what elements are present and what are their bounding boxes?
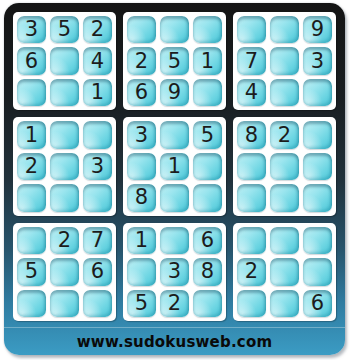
cell-r5c7[interactable] xyxy=(237,153,266,180)
cell-r1c1[interactable]: 3 xyxy=(17,16,46,43)
cell-r1c8[interactable] xyxy=(270,16,299,43)
cell-r7c6[interactable]: 6 xyxy=(193,227,222,254)
box-r2c2: 3518 xyxy=(123,117,226,215)
cell-r4c1[interactable]: 1 xyxy=(17,121,46,148)
cell-r2c5[interactable]: 5 xyxy=(160,47,189,74)
cell-r7c9[interactable] xyxy=(303,227,332,254)
cell-r1c2[interactable]: 5 xyxy=(50,16,79,43)
cell-r5c3[interactable]: 3 xyxy=(83,153,112,180)
cell-r2c3[interactable]: 4 xyxy=(83,47,112,74)
cell-r6c3[interactable] xyxy=(83,184,112,211)
cell-r8c1[interactable]: 5 xyxy=(17,258,46,285)
cell-r5c1[interactable]: 2 xyxy=(17,153,46,180)
cell-r6c6[interactable] xyxy=(193,184,222,211)
cell-r2c6[interactable]: 1 xyxy=(193,47,222,74)
cell-r4c4[interactable]: 3 xyxy=(127,121,156,148)
cell-r3c2[interactable] xyxy=(50,79,79,106)
cell-r2c7[interactable]: 7 xyxy=(237,47,266,74)
box-r2c3: 82 xyxy=(233,117,336,215)
cell-r9c1[interactable] xyxy=(17,290,46,317)
cell-r7c7[interactable] xyxy=(237,227,266,254)
cell-r1c7[interactable] xyxy=(237,16,266,43)
cell-r5c6[interactable] xyxy=(193,153,222,180)
cell-r1c6[interactable] xyxy=(193,16,222,43)
cell-r3c5[interactable]: 9 xyxy=(160,79,189,106)
cell-r9c7[interactable] xyxy=(237,290,266,317)
cell-r8c5[interactable]: 3 xyxy=(160,258,189,285)
cell-r7c3[interactable]: 7 xyxy=(83,227,112,254)
cell-r3c3[interactable]: 1 xyxy=(83,79,112,106)
cell-r4c8[interactable]: 2 xyxy=(270,121,299,148)
cell-r8c4[interactable] xyxy=(127,258,156,285)
cell-r5c8[interactable] xyxy=(270,153,299,180)
cell-r2c2[interactable] xyxy=(50,47,79,74)
cell-r3c8[interactable] xyxy=(270,79,299,106)
cell-r6c8[interactable] xyxy=(270,184,299,211)
cell-r8c8[interactable] xyxy=(270,258,299,285)
cell-r5c4[interactable] xyxy=(127,153,156,180)
cell-r8c9[interactable] xyxy=(303,258,332,285)
cell-r5c2[interactable] xyxy=(50,153,79,180)
cell-r9c4[interactable]: 5 xyxy=(127,290,156,317)
cell-r4c7[interactable]: 8 xyxy=(237,121,266,148)
cell-r4c9[interactable] xyxy=(303,121,332,148)
cell-r9c9[interactable]: 6 xyxy=(303,290,332,317)
box-r1c2: 25169 xyxy=(123,12,226,110)
box-r3c2: 163852 xyxy=(123,223,226,321)
box-r1c3: 9734 xyxy=(233,12,336,110)
cell-r4c5[interactable] xyxy=(160,121,189,148)
cell-r1c9[interactable]: 9 xyxy=(303,16,332,43)
sudoku-board: 352641251699734123351882275616385226 xyxy=(13,12,336,321)
cell-r9c5[interactable]: 2 xyxy=(160,290,189,317)
cell-r7c1[interactable] xyxy=(17,227,46,254)
cell-r6c9[interactable] xyxy=(303,184,332,211)
cell-r5c9[interactable] xyxy=(303,153,332,180)
cell-r6c2[interactable] xyxy=(50,184,79,211)
cell-r6c7[interactable] xyxy=(237,184,266,211)
cell-r9c2[interactable] xyxy=(50,290,79,317)
cell-r2c9[interactable]: 3 xyxy=(303,47,332,74)
cell-r7c8[interactable] xyxy=(270,227,299,254)
cell-r1c3[interactable]: 2 xyxy=(83,16,112,43)
sudoku-widget: 352641251699734123351882275616385226 www… xyxy=(0,0,350,360)
cell-r2c4[interactable]: 2 xyxy=(127,47,156,74)
cell-r1c4[interactable] xyxy=(127,16,156,43)
cell-r3c4[interactable]: 6 xyxy=(127,79,156,106)
box-r1c1: 352641 xyxy=(13,12,116,110)
box-r3c1: 2756 xyxy=(13,223,116,321)
cell-r3c1[interactable] xyxy=(17,79,46,106)
cell-r2c8[interactable] xyxy=(270,47,299,74)
board-frame: 352641251699734123351882275616385226 www… xyxy=(4,3,345,355)
box-r2c1: 123 xyxy=(13,117,116,215)
cell-r8c7[interactable]: 2 xyxy=(237,258,266,285)
cell-r7c2[interactable]: 2 xyxy=(50,227,79,254)
cell-r8c6[interactable]: 8 xyxy=(193,258,222,285)
cell-r6c5[interactable] xyxy=(160,184,189,211)
cell-r6c4[interactable]: 8 xyxy=(127,184,156,211)
cell-r4c3[interactable] xyxy=(83,121,112,148)
cell-r1c5[interactable] xyxy=(160,16,189,43)
cell-r3c9[interactable] xyxy=(303,79,332,106)
cell-r9c3[interactable] xyxy=(83,290,112,317)
site-url-label: www.sudokusweb.com xyxy=(4,327,345,355)
box-r3c3: 26 xyxy=(233,223,336,321)
cell-r9c8[interactable] xyxy=(270,290,299,317)
cell-r8c2[interactable] xyxy=(50,258,79,285)
cell-r6c1[interactable] xyxy=(17,184,46,211)
cell-r2c1[interactable]: 6 xyxy=(17,47,46,74)
cell-r5c5[interactable]: 1 xyxy=(160,153,189,180)
cell-r4c2[interactable] xyxy=(50,121,79,148)
cell-r3c7[interactable]: 4 xyxy=(237,79,266,106)
cell-r7c4[interactable]: 1 xyxy=(127,227,156,254)
cell-r9c6[interactable] xyxy=(193,290,222,317)
cell-r7c5[interactable] xyxy=(160,227,189,254)
cell-r8c3[interactable]: 6 xyxy=(83,258,112,285)
cell-r3c6[interactable] xyxy=(193,79,222,106)
cell-r4c6[interactable]: 5 xyxy=(193,121,222,148)
